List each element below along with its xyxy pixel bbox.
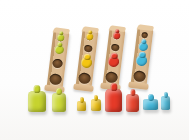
hole-blue-4-empty xyxy=(133,70,146,82)
hole-yellow-2-empty xyxy=(84,45,93,53)
inserted-cylinder-knob-blue-2 xyxy=(141,39,147,44)
inserted-cylinder-knob-lime-1 xyxy=(59,31,63,35)
cylinder-knob xyxy=(80,97,84,103)
cylinder-body xyxy=(161,96,170,110)
cylinder-block-lime xyxy=(47,30,70,90)
block-top-face xyxy=(137,24,155,31)
inserted-cylinder-red-1 xyxy=(113,32,121,40)
cylinder-knob xyxy=(130,89,135,96)
cylinder-block-red xyxy=(103,28,126,88)
removed-cylinder-blue-medium xyxy=(143,94,158,110)
cylinder-body xyxy=(105,89,122,112)
removed-cylinder-yellow-small xyxy=(77,97,86,111)
cylinder-knob xyxy=(94,95,98,101)
hole-lime-4-empty xyxy=(49,73,62,85)
cylinder-body xyxy=(52,93,66,112)
inserted-cylinder-yellow-1 xyxy=(86,33,94,41)
removed-cylinder-lime-large xyxy=(28,85,46,112)
cylinder-block-blue xyxy=(131,27,154,87)
hole-lime-3-empty xyxy=(52,58,63,68)
hole-red-4-empty xyxy=(105,71,118,83)
removed-cylinder-red-large xyxy=(105,83,122,112)
cylinder-knob xyxy=(110,83,117,91)
cylinder-block-yellow xyxy=(76,29,99,89)
cylinder-knob xyxy=(56,88,62,95)
removed-cylinder-blue-small xyxy=(161,92,170,110)
cylinder-knob xyxy=(148,94,154,101)
inserted-cylinder-lime-1 xyxy=(57,34,65,42)
inserted-cylinder-knob-red-1 xyxy=(115,29,119,33)
toy-photo-scene xyxy=(0,0,189,140)
inserted-cylinder-knob-lime-2 xyxy=(57,42,63,47)
cylinder-knob xyxy=(34,85,41,93)
removed-cylinder-yellow-small xyxy=(91,95,101,111)
cylinder-body xyxy=(126,94,139,112)
removed-cylinder-red-medium xyxy=(126,89,139,112)
hole-red-2-empty xyxy=(111,44,120,52)
removed-cylinder-lime-medium xyxy=(52,88,66,112)
cylinder-knob xyxy=(164,92,168,98)
hole-yellow-4-empty xyxy=(78,72,91,84)
inserted-cylinder-knob-yellow-1 xyxy=(88,30,92,34)
cylinder-body xyxy=(28,91,46,112)
block-base xyxy=(73,84,94,92)
hole-blue-1-empty xyxy=(141,32,148,38)
